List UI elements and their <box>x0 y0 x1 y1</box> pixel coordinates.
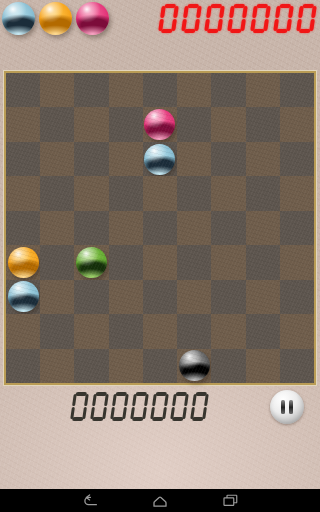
board-cell[interactable] <box>177 142 211 176</box>
board-cell[interactable] <box>6 107 40 141</box>
board-cell[interactable] <box>74 107 108 141</box>
board-cell[interactable] <box>280 280 314 314</box>
board-cell[interactable] <box>40 73 74 107</box>
board-cell[interactable] <box>6 73 40 107</box>
seven-seg-digit <box>110 392 129 421</box>
seven-seg-digit <box>273 4 294 33</box>
board-cell[interactable] <box>143 245 177 279</box>
android-navbar <box>0 489 320 512</box>
board-cell[interactable] <box>74 176 108 210</box>
board-cell[interactable] <box>143 349 177 383</box>
ball-orange[interactable] <box>8 247 39 278</box>
board-cell[interactable] <box>177 314 211 348</box>
board-cell[interactable] <box>280 73 314 107</box>
board-cell[interactable] <box>6 245 40 279</box>
board-cell[interactable] <box>40 176 74 210</box>
board-cell[interactable] <box>280 142 314 176</box>
board-cell[interactable] <box>6 211 40 245</box>
board-cell[interactable] <box>211 280 245 314</box>
next-ball-orange <box>39 2 72 35</box>
seven-seg-digit <box>158 4 179 33</box>
board-cell[interactable] <box>246 280 280 314</box>
board-cell[interactable] <box>6 349 40 383</box>
board-cell[interactable] <box>211 142 245 176</box>
back-icon[interactable] <box>81 493 99 509</box>
board-cell[interactable] <box>177 280 211 314</box>
board-cell[interactable] <box>6 176 40 210</box>
score-display <box>160 4 315 33</box>
board-cell[interactable] <box>74 314 108 348</box>
board-cell[interactable] <box>109 349 143 383</box>
board-cell[interactable] <box>280 107 314 141</box>
board-cell[interactable] <box>280 314 314 348</box>
board-cell[interactable] <box>211 349 245 383</box>
recents-icon[interactable] <box>221 493 239 509</box>
secondary-score-display <box>72 392 207 421</box>
board-cell[interactable] <box>143 280 177 314</box>
board-cell[interactable] <box>74 73 108 107</box>
board-cell[interactable] <box>143 314 177 348</box>
seven-seg-digit <box>170 392 189 421</box>
board-cell[interactable] <box>246 245 280 279</box>
board-cell[interactable] <box>211 107 245 141</box>
home-icon[interactable] <box>151 493 169 509</box>
board-cell[interactable] <box>40 280 74 314</box>
seven-seg-digit <box>227 4 248 33</box>
board-cell[interactable] <box>143 107 177 141</box>
next-balls-preview <box>2 2 109 35</box>
board-cell[interactable] <box>246 107 280 141</box>
board-cell[interactable] <box>40 142 74 176</box>
board-cell[interactable] <box>109 211 143 245</box>
ball-blue[interactable] <box>8 281 39 312</box>
pause-icon <box>281 400 285 414</box>
board-cell[interactable] <box>246 176 280 210</box>
board-cell[interactable] <box>177 211 211 245</box>
board-cell[interactable] <box>177 176 211 210</box>
board-cell[interactable] <box>211 245 245 279</box>
ball-black[interactable] <box>179 350 210 381</box>
board-cell[interactable] <box>177 245 211 279</box>
board-cell[interactable] <box>109 314 143 348</box>
game-board[interactable] <box>4 71 316 385</box>
board-cell[interactable] <box>280 349 314 383</box>
board-cell[interactable] <box>246 73 280 107</box>
board-cell[interactable] <box>211 73 245 107</box>
board-cell[interactable] <box>109 142 143 176</box>
board-cell[interactable] <box>109 176 143 210</box>
seven-seg-digit <box>204 4 225 33</box>
board-cell[interactable] <box>109 107 143 141</box>
board-cell[interactable] <box>246 314 280 348</box>
pause-button[interactable] <box>270 390 304 424</box>
seven-seg-digit <box>130 392 149 421</box>
board-cell[interactable] <box>74 211 108 245</box>
board-cell[interactable] <box>6 314 40 348</box>
ball-pink[interactable] <box>144 109 175 140</box>
board-cell[interactable] <box>74 245 108 279</box>
board-cell[interactable] <box>246 349 280 383</box>
board-cell[interactable] <box>74 142 108 176</box>
board-cell[interactable] <box>177 349 211 383</box>
board-cell[interactable] <box>109 280 143 314</box>
seven-seg-digit <box>150 392 169 421</box>
seven-seg-digit <box>250 4 271 33</box>
next-ball-blue <box>2 2 35 35</box>
board-cell[interactable] <box>280 245 314 279</box>
board-cell[interactable] <box>211 176 245 210</box>
board-cell[interactable] <box>74 349 108 383</box>
board-cell[interactable] <box>143 211 177 245</box>
ball-blue[interactable] <box>144 144 175 175</box>
board-cell[interactable] <box>177 107 211 141</box>
seven-seg-digit <box>90 392 109 421</box>
board-cell[interactable] <box>246 211 280 245</box>
board-cell[interactable] <box>74 280 108 314</box>
board-cell[interactable] <box>143 73 177 107</box>
board-cell[interactable] <box>246 142 280 176</box>
board-cell[interactable] <box>40 107 74 141</box>
board-cell[interactable] <box>143 176 177 210</box>
game-screen <box>0 0 320 512</box>
board-cell[interactable] <box>40 211 74 245</box>
board-cell[interactable] <box>6 142 40 176</box>
next-ball-pink <box>76 2 109 35</box>
board-cell[interactable] <box>40 349 74 383</box>
seven-seg-digit <box>181 4 202 33</box>
board-cell[interactable] <box>6 280 40 314</box>
board-cell[interactable] <box>109 245 143 279</box>
board-cell[interactable] <box>280 211 314 245</box>
pause-icon <box>289 400 293 414</box>
seven-seg-digit <box>190 392 209 421</box>
board-cell[interactable] <box>40 245 74 279</box>
ball-green[interactable] <box>76 247 107 278</box>
board-cell[interactable] <box>211 314 245 348</box>
board-cell[interactable] <box>177 73 211 107</box>
board-cell[interactable] <box>109 73 143 107</box>
board-cell[interactable] <box>211 211 245 245</box>
board-cell[interactable] <box>143 142 177 176</box>
board-cell[interactable] <box>40 314 74 348</box>
seven-seg-digit <box>70 392 89 421</box>
seven-seg-digit <box>296 4 317 33</box>
board-cell[interactable] <box>280 176 314 210</box>
